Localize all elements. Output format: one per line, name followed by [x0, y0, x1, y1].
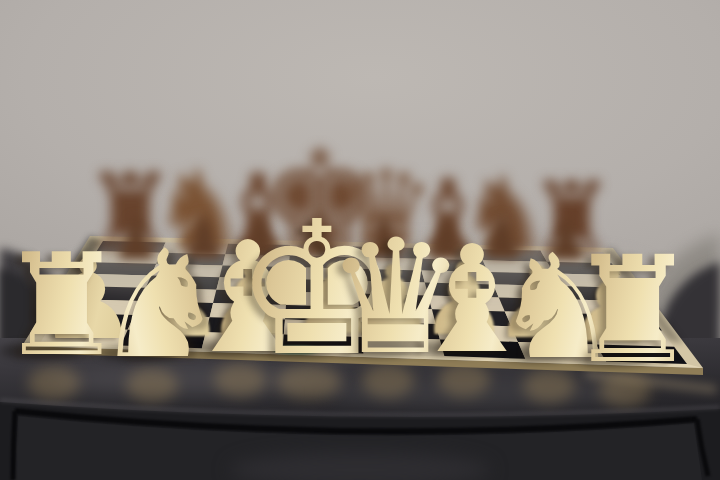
white-rook-a1[interactable]: ♜ [567, 237, 699, 384]
pieces-layer: ♜♞♝♚♛♝♞♜♟♟♟♟♟♟♟♟♟♟♟♟♟♟♟♟♜♞♝♚♛♝♞♜ [0, 0, 720, 480]
scene: ♜♞♝♚♛♝♞♜♟♟♟♟♟♟♟♟♟♟♟♟♟♟♟♟♜♞♝♚♛♝♞♜ [0, 0, 720, 480]
